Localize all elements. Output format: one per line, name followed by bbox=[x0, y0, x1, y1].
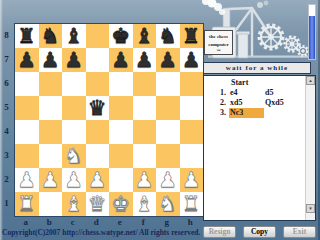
square-c7[interactable]: ♟ bbox=[62, 48, 86, 72]
move-row: 1.e4d5 bbox=[204, 88, 305, 98]
move-list-header: Start bbox=[231, 78, 305, 88]
square-e8[interactable]: ♚ bbox=[109, 24, 133, 48]
square-f2[interactable]: ♟ bbox=[133, 168, 157, 192]
square-d8[interactable] bbox=[86, 24, 110, 48]
square-f1[interactable]: ♝ bbox=[133, 192, 157, 216]
square-d1[interactable]: ♛ bbox=[86, 192, 110, 216]
white-pawn[interactable]: ♟ bbox=[64, 170, 83, 191]
square-b3[interactable] bbox=[39, 144, 63, 168]
rank-label-3: 3 bbox=[0, 143, 13, 167]
square-g2[interactable]: ♟ bbox=[156, 168, 180, 192]
square-e6[interactable] bbox=[109, 72, 133, 96]
square-e2[interactable] bbox=[109, 168, 133, 192]
large-gear-icon bbox=[260, 26, 283, 49]
white-rook[interactable]: ♜ bbox=[182, 194, 201, 215]
square-h5[interactable] bbox=[180, 96, 204, 120]
file-label-d: d bbox=[85, 217, 109, 227]
square-d5[interactable]: ♛ bbox=[86, 96, 110, 120]
square-d3[interactable] bbox=[86, 144, 110, 168]
white-pawn[interactable]: ♟ bbox=[135, 170, 154, 191]
move-row: 2.xd5Qxd5 bbox=[204, 98, 305, 108]
square-a1[interactable]: ♜ bbox=[15, 192, 39, 216]
square-b1[interactable] bbox=[39, 192, 63, 216]
black-rook[interactable]: ♜ bbox=[182, 26, 201, 47]
white-king[interactable]: ♚ bbox=[111, 194, 130, 215]
white-pawn[interactable]: ♟ bbox=[158, 170, 177, 191]
file-label-b: b bbox=[38, 217, 62, 227]
white-bishop[interactable]: ♝ bbox=[64, 194, 83, 215]
move-number: 1. bbox=[213, 88, 226, 98]
white-pawn[interactable]: ♟ bbox=[88, 170, 107, 191]
white-move: e4 bbox=[229, 88, 264, 98]
square-f7[interactable]: ♟ bbox=[133, 48, 157, 72]
square-g3[interactable] bbox=[156, 144, 180, 168]
square-g8[interactable]: ♞ bbox=[156, 24, 180, 48]
scroll-down-button[interactable]: ▾ bbox=[306, 204, 315, 213]
black-knight[interactable]: ♞ bbox=[158, 26, 177, 47]
chess-computer-sign: the chess computer ™ bbox=[204, 30, 233, 55]
sign-line-1: the chess bbox=[205, 33, 232, 41]
progress-fill bbox=[309, 16, 315, 59]
black-pawn[interactable]: ♟ bbox=[158, 50, 177, 71]
square-f3[interactable] bbox=[133, 144, 157, 168]
square-h1[interactable]: ♜ bbox=[180, 192, 204, 216]
copyright-text: Copyright(C)2007 http://chess.watype.net… bbox=[2, 228, 212, 237]
square-h3[interactable] bbox=[180, 144, 204, 168]
medium-gear-icon bbox=[285, 37, 299, 51]
square-a6[interactable] bbox=[15, 72, 39, 96]
move-list: Start 1.e4d52.xd5Qxd53.Nc3 bbox=[204, 78, 305, 220]
black-move: d5 bbox=[265, 88, 273, 98]
file-label-a: a bbox=[14, 217, 38, 227]
move-list-panel: Start 1.e4d52.xd5Qxd53.Nc3 ▴ ▾ bbox=[203, 75, 316, 221]
square-e7[interactable]: ♟ bbox=[109, 48, 133, 72]
square-a5[interactable] bbox=[15, 96, 39, 120]
copy-button[interactable]: Copy bbox=[243, 226, 276, 238]
small-gear-icon bbox=[298, 46, 308, 56]
rank-label-4: 4 bbox=[0, 119, 13, 143]
black-bishop[interactable]: ♝ bbox=[64, 26, 83, 47]
exit-button[interactable]: Exit bbox=[283, 226, 316, 238]
rank-label-8: 8 bbox=[0, 23, 13, 47]
square-f6[interactable] bbox=[133, 72, 157, 96]
sign-line-3: ™ bbox=[205, 48, 232, 54]
square-g6[interactable] bbox=[156, 72, 180, 96]
black-pawn[interactable]: ♟ bbox=[135, 50, 154, 71]
file-label-f: f bbox=[132, 217, 156, 227]
move-number: 2. bbox=[213, 98, 226, 108]
file-label-e: e bbox=[108, 217, 132, 227]
scroll-up-button[interactable]: ▴ bbox=[306, 76, 315, 85]
white-rook[interactable]: ♜ bbox=[17, 194, 36, 215]
square-h2[interactable]: ♟ bbox=[180, 168, 204, 192]
square-f4[interactable] bbox=[133, 120, 157, 144]
black-pawn[interactable]: ♟ bbox=[41, 50, 60, 71]
chess-app-window: ♜♞♝♚♝♞♜♟♟♟♟♟♟♟♛♞♟♟♟♟♟♟♟♜♝♛♚♝♞♜ 87654321 … bbox=[0, 0, 320, 240]
white-pawn[interactable]: ♟ bbox=[182, 170, 201, 191]
file-label-c: c bbox=[61, 217, 85, 227]
square-c5[interactable] bbox=[62, 96, 86, 120]
status-bar: wait for a while bbox=[203, 62, 311, 74]
white-pawn[interactable]: ♟ bbox=[17, 170, 36, 191]
white-move: xd5 bbox=[229, 98, 264, 108]
file-label-h: h bbox=[179, 217, 203, 227]
white-knight[interactable]: ♞ bbox=[158, 194, 177, 215]
square-c1[interactable]: ♝ bbox=[62, 192, 86, 216]
square-d6[interactable] bbox=[86, 72, 110, 96]
square-d2[interactable]: ♟ bbox=[86, 168, 110, 192]
square-c4[interactable] bbox=[62, 120, 86, 144]
square-e4[interactable] bbox=[109, 120, 133, 144]
square-f8[interactable]: ♝ bbox=[133, 24, 157, 48]
move-list-scrollbar[interactable]: ▴ ▾ bbox=[305, 76, 315, 220]
square-h4[interactable] bbox=[180, 120, 204, 144]
rank-label-2: 2 bbox=[0, 167, 13, 191]
square-b6[interactable] bbox=[39, 72, 63, 96]
rank-label-5: 5 bbox=[0, 95, 13, 119]
move-row: 3.Nc3 bbox=[204, 108, 305, 118]
square-b2[interactable]: ♟ bbox=[39, 168, 63, 192]
white-queen[interactable]: ♛ bbox=[88, 194, 107, 215]
square-g1[interactable]: ♞ bbox=[156, 192, 180, 216]
black-rook[interactable]: ♜ bbox=[17, 26, 36, 47]
rank-label-6: 6 bbox=[0, 71, 13, 95]
square-a8[interactable]: ♜ bbox=[15, 24, 39, 48]
black-pawn[interactable]: ♟ bbox=[111, 50, 130, 71]
square-g7[interactable]: ♟ bbox=[156, 48, 180, 72]
black-queen[interactable]: ♛ bbox=[88, 98, 107, 119]
square-a7[interactable]: ♟ bbox=[15, 48, 39, 72]
square-f5[interactable] bbox=[133, 96, 157, 120]
square-b4[interactable] bbox=[39, 120, 63, 144]
thinking-progress-bar bbox=[308, 4, 316, 60]
black-pawn[interactable]: ♟ bbox=[64, 50, 83, 71]
black-pawn[interactable]: ♟ bbox=[182, 50, 201, 71]
square-d4[interactable] bbox=[86, 120, 110, 144]
square-b7[interactable]: ♟ bbox=[39, 48, 63, 72]
square-b5[interactable] bbox=[39, 96, 63, 120]
square-e5[interactable] bbox=[109, 96, 133, 120]
smoke-icon bbox=[202, 0, 268, 15]
square-g4[interactable] bbox=[156, 120, 180, 144]
rank-label-1: 1 bbox=[0, 191, 13, 215]
square-a4[interactable] bbox=[15, 120, 39, 144]
move-number: 3. bbox=[213, 108, 226, 118]
file-label-g: g bbox=[155, 217, 179, 227]
square-a2[interactable]: ♟ bbox=[15, 168, 39, 192]
square-c8[interactable]: ♝ bbox=[62, 24, 86, 48]
black-king[interactable]: ♚ bbox=[111, 26, 130, 47]
white-move: Nc3 bbox=[229, 108, 264, 118]
square-e1[interactable]: ♚ bbox=[109, 192, 133, 216]
black-knight[interactable]: ♞ bbox=[41, 26, 60, 47]
square-d7[interactable] bbox=[86, 48, 110, 72]
white-knight[interactable]: ♞ bbox=[64, 146, 83, 167]
square-g5[interactable] bbox=[156, 96, 180, 120]
rank-label-7: 7 bbox=[0, 47, 13, 71]
black-bishop[interactable]: ♝ bbox=[135, 26, 154, 47]
square-c2[interactable]: ♟ bbox=[62, 168, 86, 192]
square-c6[interactable] bbox=[62, 72, 86, 96]
square-h6[interactable] bbox=[180, 72, 204, 96]
black-pawn[interactable]: ♟ bbox=[17, 50, 36, 71]
sign-line-2: computer bbox=[205, 41, 232, 49]
square-b8[interactable]: ♞ bbox=[39, 24, 63, 48]
square-c3[interactable]: ♞ bbox=[62, 144, 86, 168]
square-e3[interactable] bbox=[109, 144, 133, 168]
status-text: wait for a while bbox=[226, 64, 288, 72]
square-a3[interactable] bbox=[15, 144, 39, 168]
chess-board[interactable]: ♜♞♝♚♝♞♜♟♟♟♟♟♟♟♛♞♟♟♟♟♟♟♟♜♝♛♚♝♞♜ bbox=[14, 23, 204, 217]
white-pawn[interactable]: ♟ bbox=[41, 170, 60, 191]
white-bishop[interactable]: ♝ bbox=[135, 194, 154, 215]
button-bar: Resign Copy Exit bbox=[203, 226, 316, 238]
black-move: Qxd5 bbox=[265, 98, 284, 108]
